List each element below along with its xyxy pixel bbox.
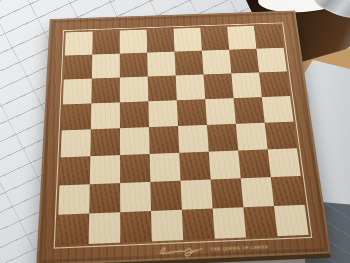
square-c2[interactable] <box>120 182 151 212</box>
square-c8[interactable] <box>120 30 147 54</box>
square-a7[interactable] <box>64 55 92 80</box>
square-d6[interactable] <box>148 75 177 101</box>
square-c5[interactable] <box>120 101 149 128</box>
square-f3[interactable] <box>209 151 241 180</box>
square-c7[interactable] <box>120 53 148 78</box>
square-e5[interactable] <box>177 99 207 126</box>
square-g7[interactable] <box>229 49 259 74</box>
square-d4[interactable] <box>149 126 179 154</box>
square-a5[interactable] <box>62 103 92 130</box>
square-g1[interactable] <box>243 206 277 237</box>
square-f6[interactable] <box>204 73 234 99</box>
square-a4[interactable] <box>61 129 91 157</box>
square-h3[interactable] <box>268 148 301 177</box>
square-c3[interactable] <box>120 154 150 183</box>
square-d7[interactable] <box>147 52 175 77</box>
square-b4[interactable] <box>90 128 120 156</box>
square-a6[interactable] <box>63 79 92 105</box>
square-e2[interactable] <box>181 179 213 209</box>
square-g6[interactable] <box>231 72 262 98</box>
square-f2[interactable] <box>211 178 244 208</box>
square-e7[interactable] <box>175 51 204 76</box>
square-f1[interactable] <box>213 207 246 238</box>
square-c1[interactable] <box>120 211 152 243</box>
square-a1[interactable] <box>57 213 89 245</box>
square-b6[interactable] <box>91 78 120 104</box>
square-a8[interactable] <box>65 31 93 55</box>
square-h1[interactable] <box>274 205 309 236</box>
square-c6[interactable] <box>120 76 149 102</box>
square-d1[interactable] <box>151 210 183 242</box>
tagline-text: THE QUEEN OF CHESS <box>210 244 268 252</box>
square-a3[interactable] <box>59 156 90 185</box>
square-h4[interactable] <box>265 122 297 150</box>
square-b7[interactable] <box>92 54 120 79</box>
square-d8[interactable] <box>147 29 175 53</box>
square-h2[interactable] <box>271 176 305 206</box>
square-g5[interactable] <box>234 97 265 124</box>
square-g2[interactable] <box>241 177 274 207</box>
square-d5[interactable] <box>148 100 178 127</box>
square-f7[interactable] <box>202 50 231 75</box>
square-e3[interactable] <box>179 152 210 181</box>
square-b8[interactable] <box>92 31 119 55</box>
square-e6[interactable] <box>176 74 206 100</box>
square-h5[interactable] <box>262 96 294 123</box>
square-h7[interactable] <box>256 48 286 73</box>
square-h6[interactable] <box>259 71 290 97</box>
square-f8[interactable] <box>200 27 229 51</box>
square-g8[interactable] <box>227 26 256 50</box>
square-b5[interactable] <box>91 102 120 129</box>
square-e8[interactable] <box>173 28 201 52</box>
square-f4[interactable] <box>207 124 238 152</box>
signature-icon <box>157 241 208 259</box>
chess-board: THE QUEEN OF CHESS <box>36 11 331 263</box>
square-a2[interactable] <box>58 184 90 214</box>
square-h8[interactable] <box>254 25 284 49</box>
square-d2[interactable] <box>150 181 182 211</box>
square-g3[interactable] <box>238 149 271 178</box>
square-f5[interactable] <box>205 98 236 125</box>
photo-of-chessboard: THE QUEEN OF CHESS <box>0 0 350 263</box>
square-e4[interactable] <box>178 125 209 153</box>
square-c4[interactable] <box>120 127 150 155</box>
board-grid <box>57 25 309 245</box>
square-b1[interactable] <box>89 212 121 244</box>
square-b2[interactable] <box>89 183 120 213</box>
square-b3[interactable] <box>90 155 120 184</box>
square-e1[interactable] <box>182 208 215 240</box>
square-g4[interactable] <box>236 123 268 151</box>
square-d3[interactable] <box>150 153 181 182</box>
